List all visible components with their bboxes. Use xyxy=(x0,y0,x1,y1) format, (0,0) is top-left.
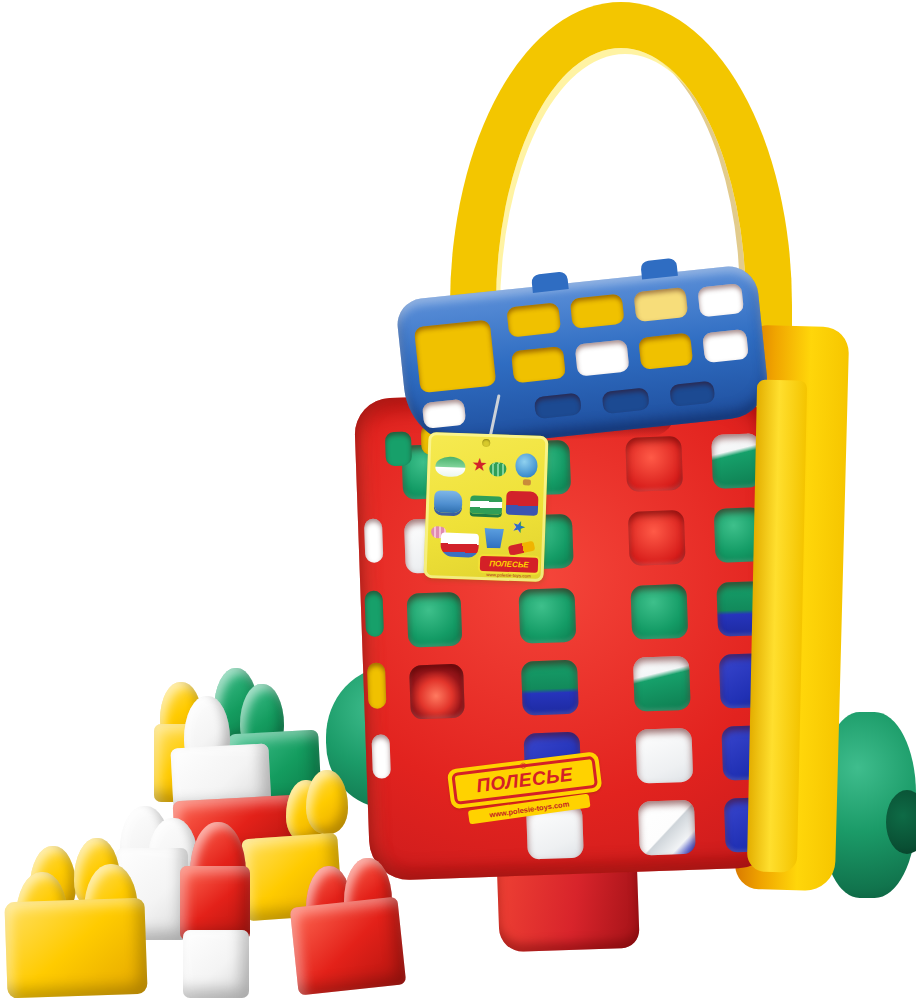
toy-trolley-photo: ПОЛЕСЬЕ® www.polesie-toys.com ★ ★ ПОЛЕСЬ… xyxy=(0,0,916,1000)
yellow-block xyxy=(4,898,147,999)
blocks-pile xyxy=(0,0,916,1000)
yellow-stud xyxy=(306,770,348,834)
red-block xyxy=(180,866,250,940)
white-block xyxy=(183,930,249,998)
red-block xyxy=(290,897,407,996)
